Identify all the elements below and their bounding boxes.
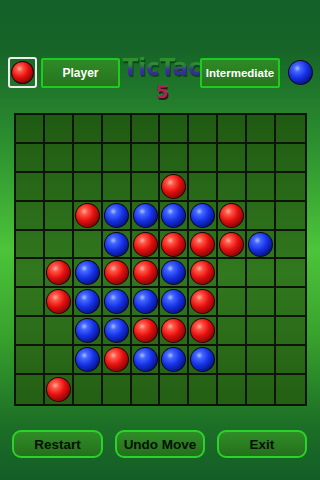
board-cell-8-4[interactable] (132, 346, 161, 375)
board-cell-9-9[interactable] (276, 375, 305, 404)
red-piece (219, 232, 244, 257)
blue-player-indicator (288, 60, 313, 85)
red-piece (219, 203, 244, 228)
board-cell-1-6[interactable] (189, 144, 218, 173)
red-piece (104, 260, 129, 285)
board-cell-9-6[interactable] (189, 375, 218, 404)
red-piece (46, 377, 71, 402)
board-cell-2-8[interactable] (247, 173, 276, 202)
board-cell-2-1[interactable] (45, 173, 74, 202)
board-cell-8-1[interactable] (45, 346, 74, 375)
blue-piece (133, 347, 158, 372)
board-cell-8-5[interactable] (160, 346, 189, 375)
board-cell-5-9[interactable] (276, 259, 305, 288)
blue-piece (75, 318, 100, 343)
board-cell-4-6[interactable] (189, 231, 218, 260)
board-cell-8-6[interactable] (189, 346, 218, 375)
blue-piece (161, 260, 186, 285)
board-cell-2-2[interactable] (74, 173, 103, 202)
board-cell-7-5[interactable] (160, 317, 189, 346)
board-cell-5-4[interactable] (132, 259, 161, 288)
board-cell-9-3[interactable] (103, 375, 132, 404)
board-cell-6-2[interactable] (74, 288, 103, 317)
difficulty-button[interactable]: Intermediate (200, 58, 280, 88)
board-cell-0-6[interactable] (189, 115, 218, 144)
blue-piece (161, 289, 186, 314)
board-cell-4-8[interactable] (247, 231, 276, 260)
board-cell-2-0[interactable] (16, 173, 45, 202)
board-cell-7-3[interactable] (103, 317, 132, 346)
board-cell-3-3[interactable] (103, 202, 132, 231)
blue-piece (190, 347, 215, 372)
board-cell-4-0[interactable] (16, 231, 45, 260)
red-piece (75, 203, 100, 228)
red-piece (104, 347, 129, 372)
board-cell-7-9[interactable] (276, 317, 305, 346)
board-cell-5-7[interactable] (218, 259, 247, 288)
board-cell-4-7[interactable] (218, 231, 247, 260)
board-cell-4-9[interactable] (276, 231, 305, 260)
board-cell-6-9[interactable] (276, 288, 305, 317)
blue-piece (133, 289, 158, 314)
red-piece (161, 318, 186, 343)
board-cell-2-6[interactable] (189, 173, 218, 202)
board-cell-7-8[interactable] (247, 317, 276, 346)
board-cell-9-5[interactable] (160, 375, 189, 404)
board-cell-9-8[interactable] (247, 375, 276, 404)
board-cell-6-6[interactable] (189, 288, 218, 317)
board-cell-8-8[interactable] (247, 346, 276, 375)
board-cell-6-5[interactable] (160, 288, 189, 317)
red-piece (190, 260, 215, 285)
red-piece (133, 232, 158, 257)
board-cell-3-1[interactable] (45, 202, 74, 231)
board-cell-1-5[interactable] (160, 144, 189, 173)
board-cell-5-8[interactable] (247, 259, 276, 288)
exit-button[interactable]: Exit (217, 430, 307, 458)
board-cell-8-0[interactable] (16, 346, 45, 375)
blue-piece (161, 203, 186, 228)
player-button[interactable]: Player (41, 58, 120, 88)
red-piece (46, 260, 71, 285)
board-cell-1-8[interactable] (247, 144, 276, 173)
board-cell-5-6[interactable] (189, 259, 218, 288)
board-cell-9-0[interactable] (16, 375, 45, 404)
board-cell-3-6[interactable] (189, 202, 218, 231)
board-cell-7-2[interactable] (74, 317, 103, 346)
board-cell-7-7[interactable] (218, 317, 247, 346)
board-cell-1-0[interactable] (16, 144, 45, 173)
board-cell-8-2[interactable] (74, 346, 103, 375)
app-screen: Player TicTac 5 Intermediate Restart Und… (0, 0, 320, 480)
board-cell-4-5[interactable] (160, 231, 189, 260)
board-cell-6-3[interactable] (103, 288, 132, 317)
blue-piece (75, 347, 100, 372)
board-cell-5-0[interactable] (16, 259, 45, 288)
board-cell-0-7[interactable] (218, 115, 247, 144)
red-piece (133, 318, 158, 343)
board-cell-8-9[interactable] (276, 346, 305, 375)
board-cell-1-1[interactable] (45, 144, 74, 173)
board-cell-7-6[interactable] (189, 317, 218, 346)
board-cell-2-4[interactable] (132, 173, 161, 202)
board-cell-1-2[interactable] (74, 144, 103, 173)
blue-piece (161, 347, 186, 372)
board-cell-4-4[interactable] (132, 231, 161, 260)
board-cell-3-5[interactable] (160, 202, 189, 231)
board-cell-1-4[interactable] (132, 144, 161, 173)
blue-piece (104, 203, 129, 228)
game-board[interactable] (14, 113, 307, 406)
blue-piece (75, 260, 100, 285)
board-cell-6-1[interactable] (45, 288, 74, 317)
board-cell-1-9[interactable] (276, 144, 305, 173)
blue-player-ball-icon (288, 60, 313, 85)
board-cell-0-0[interactable] (16, 115, 45, 144)
board-cell-4-3[interactable] (103, 231, 132, 260)
board-cell-0-5[interactable] (160, 115, 189, 144)
app-title-number: 5 (120, 81, 204, 102)
board-cell-0-4[interactable] (132, 115, 161, 144)
board-cell-3-7[interactable] (218, 202, 247, 231)
red-piece (161, 174, 186, 199)
board-cell-3-9[interactable] (276, 202, 305, 231)
board-cell-6-8[interactable] (247, 288, 276, 317)
undo-move-button[interactable]: Undo Move (115, 430, 205, 458)
blue-piece (104, 289, 129, 314)
board-cell-9-7[interactable] (218, 375, 247, 404)
board-cell-1-7[interactable] (218, 144, 247, 173)
board-cell-3-4[interactable] (132, 202, 161, 231)
blue-piece (248, 232, 273, 257)
board-cell-9-2[interactable] (74, 375, 103, 404)
red-piece (190, 318, 215, 343)
app-title: TicTac (120, 54, 204, 80)
board-cell-0-3[interactable] (103, 115, 132, 144)
red-piece (133, 260, 158, 285)
board-cell-6-0[interactable] (16, 288, 45, 317)
blue-piece (190, 203, 215, 228)
board-cell-2-7[interactable] (218, 173, 247, 202)
board-cell-7-4[interactable] (132, 317, 161, 346)
board-cell-9-4[interactable] (132, 375, 161, 404)
red-player-ball-icon (11, 61, 34, 84)
board-cell-2-3[interactable] (103, 173, 132, 202)
board-cell-7-0[interactable] (16, 317, 45, 346)
board-cell-5-2[interactable] (74, 259, 103, 288)
board-cell-3-0[interactable] (16, 202, 45, 231)
board-cell-8-3[interactable] (103, 346, 132, 375)
board-cell-5-3[interactable] (103, 259, 132, 288)
red-piece (161, 232, 186, 257)
board-cell-9-1[interactable] (45, 375, 74, 404)
board-cell-2-5[interactable] (160, 173, 189, 202)
red-piece (46, 289, 71, 314)
board-cell-7-1[interactable] (45, 317, 74, 346)
board-cell-3-2[interactable] (74, 202, 103, 231)
board-cell-4-2[interactable] (74, 231, 103, 260)
board-cell-2-9[interactable] (276, 173, 305, 202)
board-cell-1-3[interactable] (103, 144, 132, 173)
red-turn-indicator-box (8, 57, 37, 88)
board-cell-6-4[interactable] (132, 288, 161, 317)
board-cell-8-7[interactable] (218, 346, 247, 375)
board-cell-0-9[interactable] (276, 115, 305, 144)
blue-piece (104, 318, 129, 343)
blue-piece (133, 203, 158, 228)
red-piece (190, 232, 215, 257)
board-cell-4-1[interactable] (45, 231, 74, 260)
blue-piece (75, 289, 100, 314)
blue-piece (104, 232, 129, 257)
restart-button[interactable]: Restart (12, 430, 103, 458)
board-cell-0-8[interactable] (247, 115, 276, 144)
board-cell-5-1[interactable] (45, 259, 74, 288)
board-cell-5-5[interactable] (160, 259, 189, 288)
board-cell-0-1[interactable] (45, 115, 74, 144)
board-cell-3-8[interactable] (247, 202, 276, 231)
board-cell-0-2[interactable] (74, 115, 103, 144)
red-piece (190, 289, 215, 314)
board-cell-6-7[interactable] (218, 288, 247, 317)
